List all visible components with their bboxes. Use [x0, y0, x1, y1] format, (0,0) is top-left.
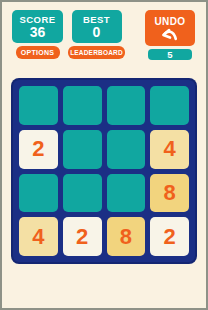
board-cell-r0c0 [19, 86, 58, 125]
undo-arrow-icon [159, 27, 181, 42]
board-cell-r3c3: 2 [150, 217, 189, 256]
best-value: 0 [93, 25, 101, 40]
board-cell-r1c0: 2 [19, 130, 58, 169]
board-cell-r1c3: 4 [150, 130, 189, 169]
score-box: SCORE 36 [12, 10, 63, 43]
board-cell-r0c2 [107, 86, 146, 125]
score-column: SCORE 36 OPTIONS [12, 10, 63, 59]
board-grid[interactable]: 2 4 8 4 2 8 2 [11, 78, 197, 264]
best-box: BEST 0 [72, 10, 122, 43]
board-cell-r2c0 [19, 174, 58, 213]
topbar: SCORE 36 OPTIONS BEST 0 LEADERBOARD UNDO… [2, 2, 206, 60]
app-screen: SCORE 36 OPTIONS BEST 0 LEADERBOARD UNDO… [0, 0, 208, 310]
leaderboard-button[interactable]: LEADERBOARD [68, 46, 125, 59]
board-cell-r2c3: 8 [150, 174, 189, 213]
board-cell-r3c0: 4 [19, 217, 58, 256]
board-cell-r0c1 [63, 86, 102, 125]
board-cell-r3c1: 2 [63, 217, 102, 256]
undo-button-label: UNDO [154, 16, 185, 27]
undo-count-badge: 5 [148, 49, 192, 60]
undo-button[interactable]: UNDO [145, 10, 195, 46]
score-value: 36 [30, 25, 46, 40]
undo-column: UNDO 5 [145, 10, 195, 60]
board-cell-r1c2 [107, 130, 146, 169]
best-label: BEST [83, 14, 110, 25]
board-cell-r3c2: 8 [107, 217, 146, 256]
board-cell-r0c3 [150, 86, 189, 125]
board-cell-r2c1 [63, 174, 102, 213]
score-label: SCORE [20, 14, 56, 25]
board-cell-r1c1 [63, 130, 102, 169]
options-button[interactable]: OPTIONS [16, 46, 60, 59]
board-cell-r2c2 [107, 174, 146, 213]
best-column: BEST 0 LEADERBOARD [68, 10, 125, 59]
